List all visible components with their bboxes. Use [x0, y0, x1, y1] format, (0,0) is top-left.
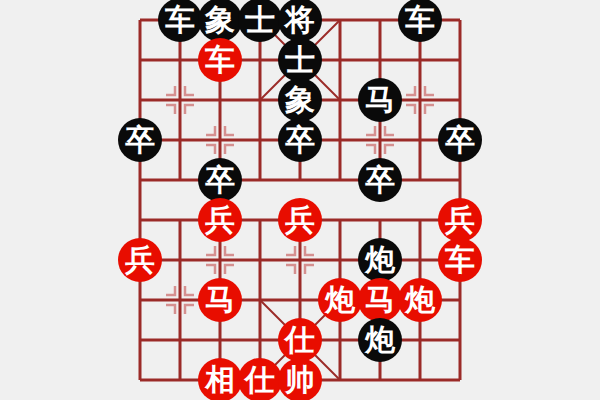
- piece-black-soldier[interactable]: 卒: [198, 158, 242, 202]
- piece-black-general[interactable]: 将: [278, 0, 322, 42]
- piece-red-advisor[interactable]: 仕: [238, 358, 282, 400]
- piece-red-chariot[interactable]: 车: [438, 238, 482, 282]
- piece-black-advisor[interactable]: 士: [238, 0, 282, 42]
- piece-red-elephant[interactable]: 相: [198, 358, 242, 400]
- piece-red-cannon[interactable]: 炮: [398, 278, 442, 322]
- piece-black-soldier[interactable]: 卒: [438, 118, 482, 162]
- piece-black-chariot[interactable]: 车: [398, 0, 442, 42]
- piece-black-soldier[interactable]: 卒: [278, 118, 322, 162]
- piece-red-chariot[interactable]: 车: [198, 38, 242, 82]
- piece-black-soldier[interactable]: 卒: [358, 158, 402, 202]
- piece-black-elephant[interactable]: 象: [198, 0, 242, 42]
- piece-red-soldier[interactable]: 兵: [118, 238, 162, 282]
- piece-red-advisor[interactable]: 仕: [278, 318, 322, 362]
- piece-black-elephant[interactable]: 象: [278, 78, 322, 122]
- piece-red-soldier[interactable]: 兵: [198, 198, 242, 242]
- xiangqi-screenshot: 车象士将车车士象马卒卒卒卒卒兵兵兵兵炮车马炮马炮仕炮相仕帅: [0, 0, 600, 400]
- piece-black-cannon[interactable]: 炮: [358, 238, 402, 282]
- piece-black-soldier[interactable]: 卒: [118, 118, 162, 162]
- piece-red-horse[interactable]: 马: [358, 278, 402, 322]
- piece-red-general[interactable]: 帅: [278, 358, 322, 400]
- piece-red-horse[interactable]: 马: [198, 278, 242, 322]
- piece-black-cannon[interactable]: 炮: [358, 318, 402, 362]
- piece-red-soldier[interactable]: 兵: [278, 198, 322, 242]
- piece-red-soldier[interactable]: 兵: [438, 198, 482, 242]
- piece-red-cannon[interactable]: 炮: [318, 278, 362, 322]
- piece-black-chariot[interactable]: 车: [158, 0, 202, 42]
- piece-black-advisor[interactable]: 士: [278, 38, 322, 82]
- pieces-layer: 车象士将车车士象马卒卒卒卒卒兵兵兵兵炮车马炮马炮仕炮相仕帅: [120, 0, 480, 400]
- piece-black-horse[interactable]: 马: [358, 78, 402, 122]
